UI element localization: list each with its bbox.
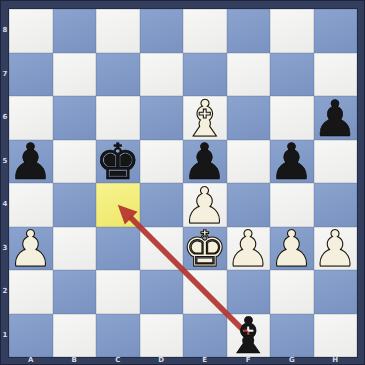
square-h8[interactable]	[314, 9, 358, 53]
square-d5[interactable]	[140, 140, 184, 184]
piece-white-king[interactable]: ♚	[182, 224, 227, 274]
rank-label-7: 7	[1, 53, 9, 97]
square-b2[interactable]	[53, 270, 97, 314]
square-e8[interactable]	[183, 9, 227, 53]
rank-label-5: 5	[1, 140, 9, 184]
square-d8[interactable]	[140, 9, 184, 53]
rank-label-3: 3	[1, 227, 9, 271]
rank-label-4: 4	[1, 183, 9, 227]
square-g8[interactable]	[270, 9, 314, 53]
square-a8[interactable]	[9, 9, 53, 53]
chess-board: ♝♟♟♚♟♟♟♟♚♟♟♟♝	[9, 9, 357, 357]
piece-white-pawn[interactable]: ♟	[269, 224, 314, 274]
square-d4[interactable]	[140, 183, 184, 227]
piece-black-pawn[interactable]: ♟	[313, 94, 358, 144]
square-a5[interactable]: ♟	[9, 140, 53, 184]
square-h3[interactable]: ♟	[314, 227, 358, 271]
chess-board-frame: ♝♟♟♚♟♟♟♟♚♟♟♟♝ 87654321ABCDEFGH	[0, 0, 365, 365]
square-b6[interactable]	[53, 96, 97, 140]
rank-label-6: 6	[1, 96, 9, 140]
square-a3[interactable]: ♟	[9, 227, 53, 271]
square-b1[interactable]	[53, 314, 97, 358]
square-c7[interactable]	[96, 53, 140, 97]
piece-black-pawn[interactable]: ♟	[269, 137, 314, 187]
square-a1[interactable]	[9, 314, 53, 358]
file-label-b: B	[53, 355, 97, 365]
square-f3[interactable]: ♟	[227, 227, 271, 271]
square-f8[interactable]	[227, 9, 271, 53]
square-d3[interactable]	[140, 227, 184, 271]
square-b8[interactable]	[53, 9, 97, 53]
file-label-c: C	[96, 355, 140, 365]
square-c2[interactable]	[96, 270, 140, 314]
square-c5[interactable]: ♚	[96, 140, 140, 184]
square-c3[interactable]	[96, 227, 140, 271]
square-b5[interactable]	[53, 140, 97, 184]
piece-black-king[interactable]: ♚	[95, 137, 140, 187]
rank-label-2: 2	[1, 270, 9, 314]
piece-white-pawn[interactable]: ♟	[8, 224, 53, 274]
square-d1[interactable]	[140, 314, 184, 358]
piece-black-bishop[interactable]: ♝	[226, 311, 271, 361]
file-label-a: A	[9, 355, 53, 365]
file-label-d: D	[140, 355, 184, 365]
square-h1[interactable]	[314, 314, 358, 358]
square-d7[interactable]	[140, 53, 184, 97]
rank-label-8: 8	[1, 9, 9, 53]
file-label-e: E	[183, 355, 227, 365]
rank-label-1: 1	[1, 314, 9, 358]
file-label-g: G	[270, 355, 314, 365]
square-g3[interactable]: ♟	[270, 227, 314, 271]
square-b4[interactable]	[53, 183, 97, 227]
square-f6[interactable]	[227, 96, 271, 140]
square-d6[interactable]	[140, 96, 184, 140]
square-b3[interactable]	[53, 227, 97, 271]
square-h6[interactable]: ♟	[314, 96, 358, 140]
piece-black-pawn[interactable]: ♟	[8, 137, 53, 187]
square-g7[interactable]	[270, 53, 314, 97]
square-e3[interactable]: ♚	[183, 227, 227, 271]
square-a7[interactable]	[9, 53, 53, 97]
square-c8[interactable]	[96, 9, 140, 53]
square-f5[interactable]	[227, 140, 271, 184]
square-g1[interactable]	[270, 314, 314, 358]
square-b7[interactable]	[53, 53, 97, 97]
piece-white-pawn[interactable]: ♟	[226, 224, 271, 274]
square-d2[interactable]	[140, 270, 184, 314]
file-label-h: H	[314, 355, 358, 365]
piece-white-pawn[interactable]: ♟	[313, 224, 358, 274]
square-c1[interactable]	[96, 314, 140, 358]
square-f1[interactable]: ♝	[227, 314, 271, 358]
square-f7[interactable]	[227, 53, 271, 97]
square-e1[interactable]	[183, 314, 227, 358]
file-label-f: F	[227, 355, 271, 365]
square-g5[interactable]: ♟	[270, 140, 314, 184]
